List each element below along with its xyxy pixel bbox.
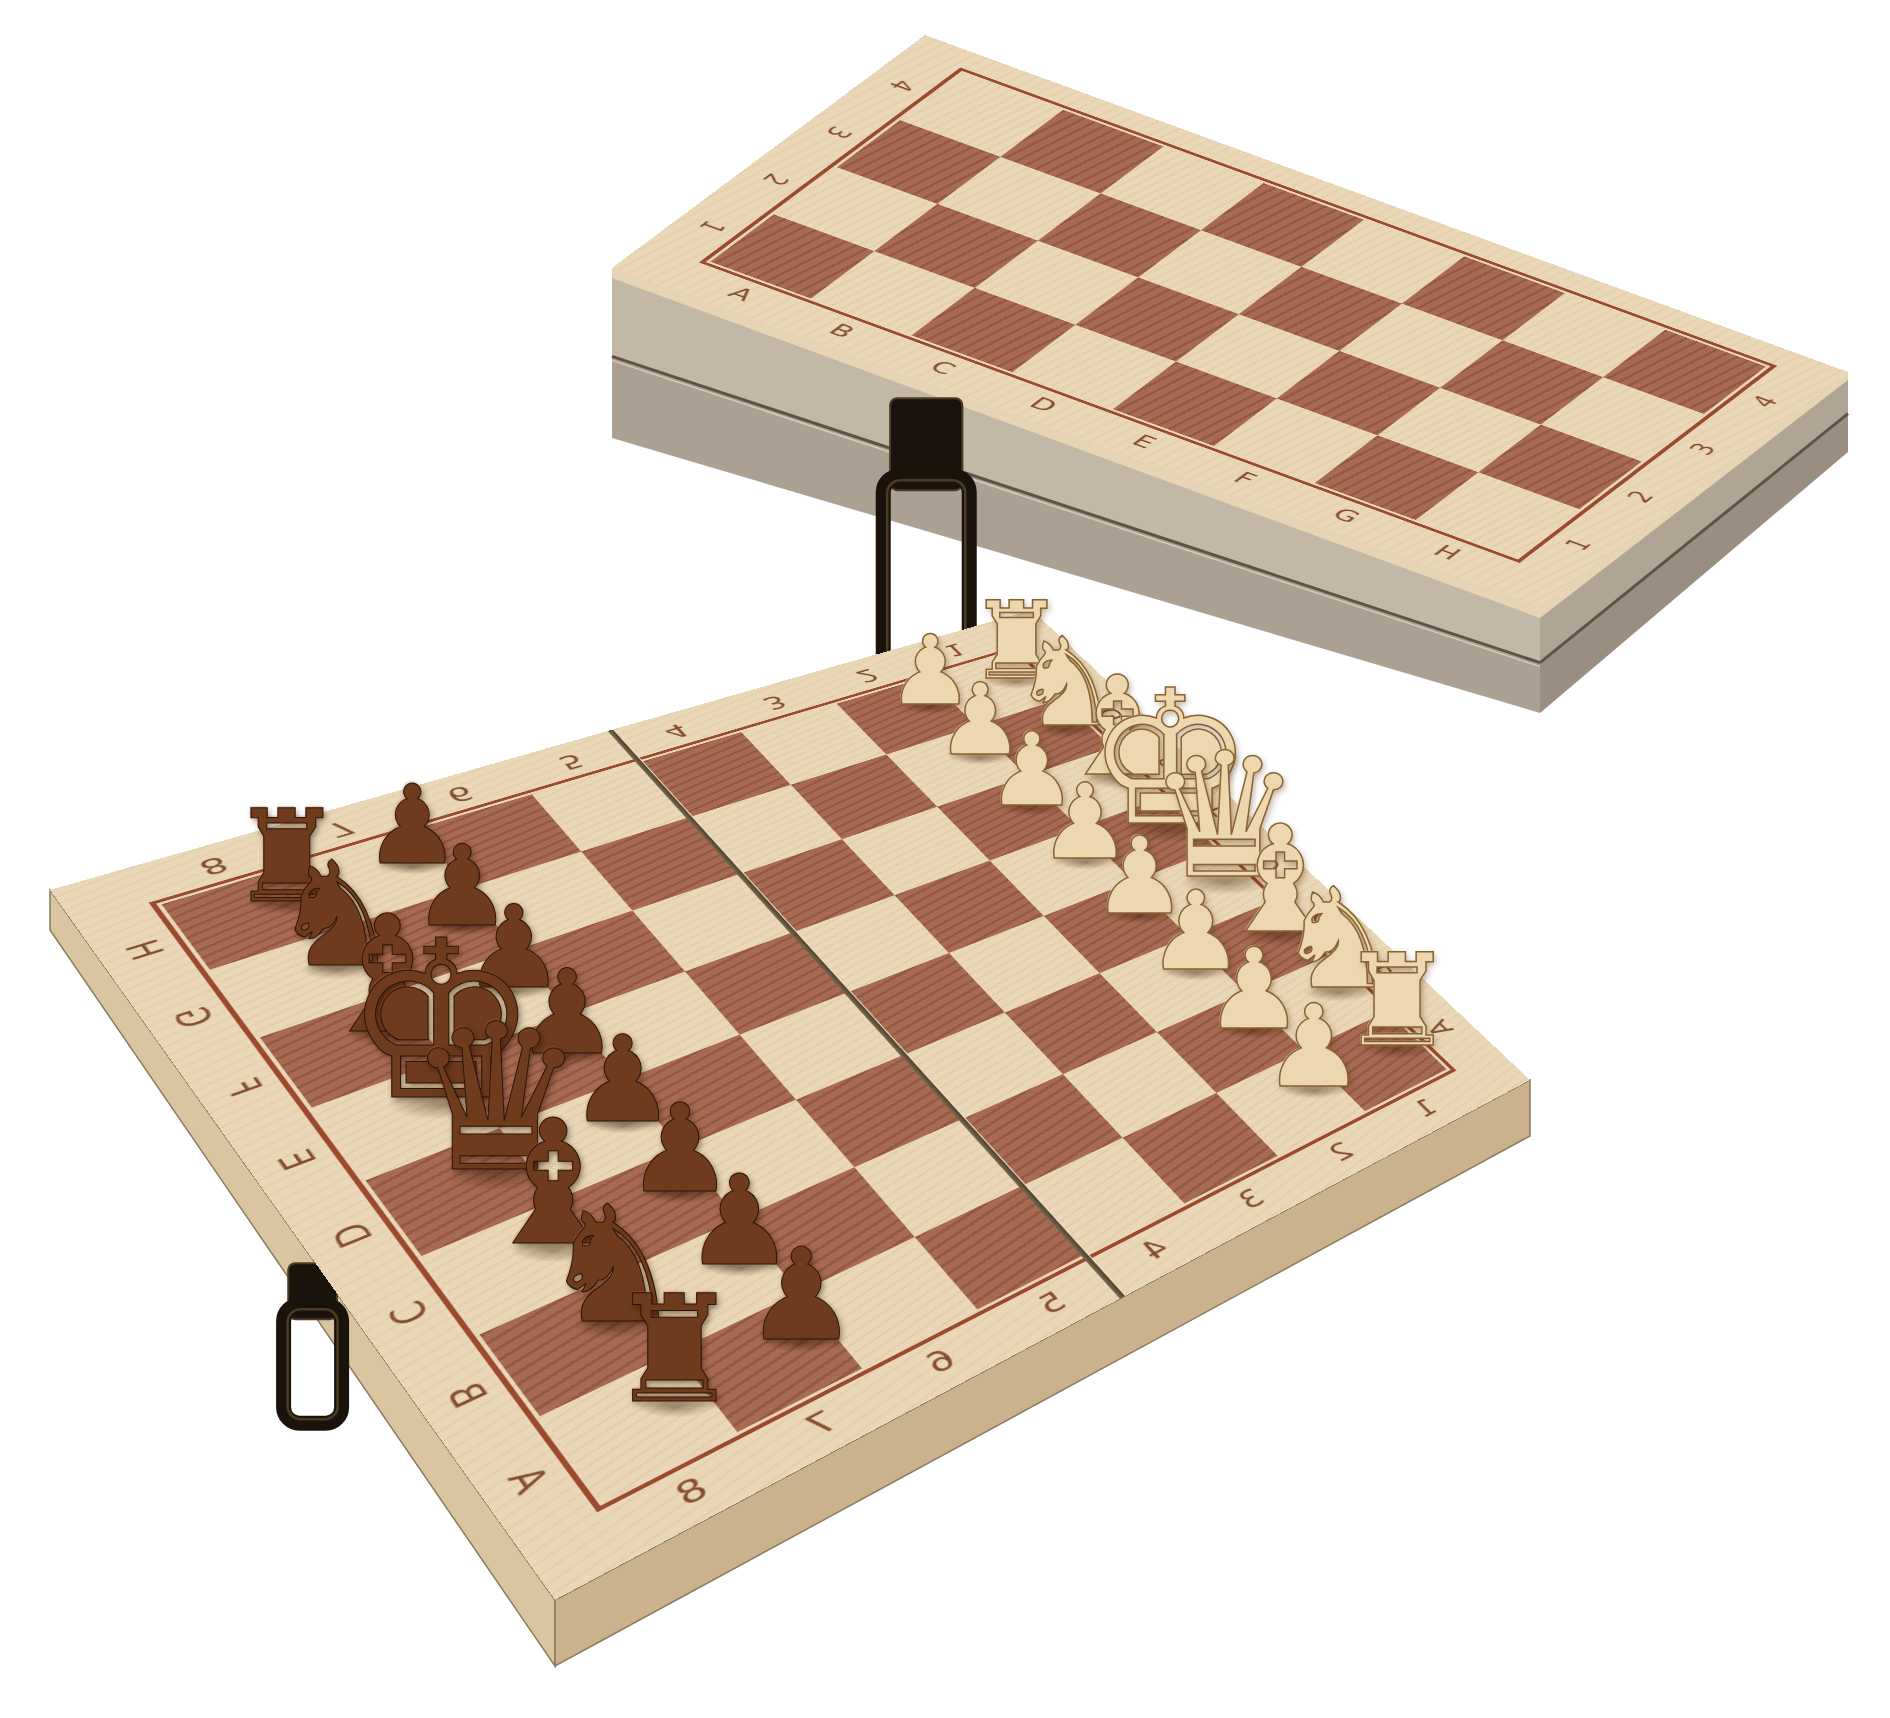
closed-box-lid-coordinate-label: 4 [881, 76, 922, 95]
open-board-coordinate-label: 8 [666, 1470, 716, 1514]
open-board-coordinate-label: F [214, 1072, 273, 1102]
open-board-coordinate-label: A [496, 1458, 560, 1502]
open-board-coordinate-label: 1 [1406, 1093, 1444, 1123]
open-board-coordinate-label: 4 [658, 719, 695, 743]
open-board-coordinate-label: 4 [1133, 1232, 1175, 1267]
closed-box-lid-coordinate-label: E [1126, 431, 1162, 452]
closed-box-lid-coordinate-label: F [1228, 469, 1263, 489]
closed-box-lid-coordinate-label: 2 [1620, 487, 1661, 506]
closed-box-lid-coordinate-label: 3 [1682, 439, 1723, 458]
open-board-coordinate-label: 5 [553, 749, 592, 774]
open-board-coordinate-label: D [319, 1216, 382, 1255]
closed-box-lid-coordinate-label: 1 [691, 217, 732, 236]
closed-box-lid-coordinate-label: C [924, 357, 962, 378]
open-board-coordinate-label: C [376, 1294, 439, 1333]
closed-box-lid-coordinate-label: 1 [1558, 534, 1599, 553]
open-board-coordinate-label: 7 [796, 1403, 844, 1444]
piece-black-pawn-a7[interactable]: ♟ [738, 1232, 865, 1359]
closed-box-lid-coordinate-label: D [1024, 394, 1064, 416]
closed-box-lid-coordinate-label: G [1326, 505, 1366, 527]
open-board-coordinate-label: 6 [917, 1342, 963, 1381]
closed-box-lid-coordinate-label: 3 [818, 123, 859, 142]
open-board-coordinate-label: 3 [1230, 1183, 1271, 1216]
open-board-coordinate-label: 2 [1321, 1136, 1360, 1167]
closed-box-lid-coordinate-label: A [723, 284, 761, 305]
open-board-coordinate-label: H [114, 934, 174, 965]
open-board-coordinate-label: G [162, 1001, 223, 1034]
closed-box-lid-coordinate-label: 2 [755, 170, 796, 189]
open-board-coordinate-label: 3 [757, 691, 793, 714]
closed-box-lid-coordinate-label: H [1428, 542, 1468, 564]
piece-white-pawn-a2[interactable]: ♟ [1257, 990, 1372, 1105]
open-board-coordinate-label: 5 [1029, 1285, 1073, 1322]
product-photo-scene: ABCDEFGH43214321 HGFEDCBAHGFEDCBA8765432… [0, 0, 1890, 1718]
piece-black-rook-a8[interactable]: ♜ [600, 1276, 748, 1424]
open-board-coordinate-label: 2 [850, 664, 885, 686]
closed-box-lid-coordinate-label: B [823, 321, 861, 342]
open-board-coordinate-label: B [435, 1374, 498, 1415]
open-board-coordinate-label: E [266, 1143, 326, 1176]
closed-box-lid-coordinate-label: 4 [1745, 392, 1786, 411]
